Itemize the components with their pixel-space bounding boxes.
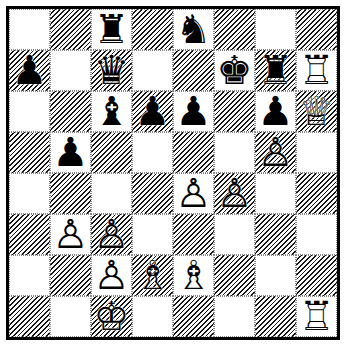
black-rook[interactable]: ♜ [94,9,130,50]
black-bishop[interactable]: ♝ [94,91,130,132]
square-a6[interactable] [9,91,50,132]
square-e6[interactable]: ♟ [173,91,214,132]
square-f4[interactable]: ♙ [214,173,255,214]
board-frame: ♜♞♟♛♚♜♖♝♟♟♟♕♟♙♙♙♙♙♙♗♗♔♖ [6,6,340,340]
square-c6[interactable]: ♝ [91,91,132,132]
black-pawn[interactable]: ♟ [258,91,294,132]
square-f3[interactable] [214,214,255,255]
square-f6[interactable] [214,91,255,132]
square-a5[interactable] [9,132,50,173]
square-e2[interactable]: ♗ [173,255,214,296]
square-f8[interactable] [214,9,255,50]
white-pawn[interactable]: ♙ [53,214,89,255]
square-e7[interactable] [173,50,214,91]
square-g2[interactable] [255,255,296,296]
square-a8[interactable] [9,9,50,50]
square-g4[interactable] [255,173,296,214]
white-bishop[interactable]: ♗ [176,255,212,296]
square-d4[interactable] [132,173,173,214]
black-pawn[interactable]: ♟ [53,132,89,173]
square-h3[interactable] [296,214,337,255]
square-b4[interactable] [50,173,91,214]
square-g1[interactable] [255,296,296,337]
square-e4[interactable]: ♙ [173,173,214,214]
square-a2[interactable] [9,255,50,296]
square-b6[interactable] [50,91,91,132]
black-king[interactable]: ♚ [217,50,253,91]
square-f5[interactable] [214,132,255,173]
square-c7[interactable]: ♛ [91,50,132,91]
square-d5[interactable] [132,132,173,173]
white-rook[interactable]: ♖ [299,50,335,91]
square-a3[interactable] [9,214,50,255]
square-h7[interactable]: ♖ [296,50,337,91]
page: { "game": "chess", "position": { "fen": … [0,0,350,350]
square-h5[interactable] [296,132,337,173]
white-pawn[interactable]: ♙ [94,255,130,296]
square-h1[interactable]: ♖ [296,296,337,337]
white-pawn[interactable]: ♙ [217,173,253,214]
square-e5[interactable] [173,132,214,173]
square-c2[interactable]: ♙ [91,255,132,296]
black-pawn[interactable]: ♟ [176,91,212,132]
square-d3[interactable] [132,214,173,255]
black-pawn[interactable]: ♟ [135,91,171,132]
square-g6[interactable]: ♟ [255,91,296,132]
square-d2[interactable]: ♗ [132,255,173,296]
square-h4[interactable] [296,173,337,214]
square-e8[interactable]: ♞ [173,9,214,50]
square-c5[interactable] [91,132,132,173]
square-b7[interactable] [50,50,91,91]
square-f2[interactable] [214,255,255,296]
black-pawn[interactable]: ♟ [12,50,48,91]
square-g8[interactable] [255,9,296,50]
square-h2[interactable] [296,255,337,296]
white-pawn[interactable]: ♙ [176,173,212,214]
square-f7[interactable]: ♚ [214,50,255,91]
white-queen[interactable]: ♕ [299,91,335,132]
square-b8[interactable] [50,9,91,50]
white-bishop[interactable]: ♗ [135,255,171,296]
black-queen[interactable]: ♛ [94,50,130,91]
square-c1[interactable]: ♔ [91,296,132,337]
square-g5[interactable]: ♙ [255,132,296,173]
square-a4[interactable] [9,173,50,214]
square-c3[interactable]: ♙ [91,214,132,255]
square-a1[interactable] [9,296,50,337]
square-d7[interactable] [132,50,173,91]
square-b2[interactable] [50,255,91,296]
square-d8[interactable] [132,9,173,50]
square-d1[interactable] [132,296,173,337]
white-rook[interactable]: ♖ [299,296,335,337]
square-f1[interactable] [214,296,255,337]
white-pawn[interactable]: ♙ [94,214,130,255]
square-h8[interactable] [296,9,337,50]
black-rook[interactable]: ♜ [258,50,294,91]
square-e1[interactable] [173,296,214,337]
white-king[interactable]: ♔ [94,296,130,337]
square-c8[interactable]: ♜ [91,9,132,50]
chess-board: ♜♞♟♛♚♜♖♝♟♟♟♕♟♙♙♙♙♙♙♗♗♔♖ [9,9,337,337]
square-g7[interactable]: ♜ [255,50,296,91]
square-e3[interactable] [173,214,214,255]
black-knight[interactable]: ♞ [176,9,212,50]
square-b1[interactable] [50,296,91,337]
white-pawn[interactable]: ♙ [258,132,294,173]
square-b3[interactable]: ♙ [50,214,91,255]
square-c4[interactable] [91,173,132,214]
square-d6[interactable]: ♟ [132,91,173,132]
square-a7[interactable]: ♟ [9,50,50,91]
square-b5[interactable]: ♟ [50,132,91,173]
square-g3[interactable] [255,214,296,255]
square-h6[interactable]: ♕ [296,91,337,132]
